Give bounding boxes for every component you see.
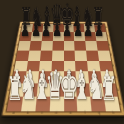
square-d5[interactable] bbox=[51, 50, 63, 60]
file-label-d: d bbox=[49, 111, 63, 115]
table-surface: abcdefgh 87654321 87654321 ♜♞♝♛♚♝♞♜♟♟♟♟♟… bbox=[0, 0, 124, 124]
square-b6[interactable] bbox=[29, 41, 41, 50]
file-labels: abcdefgh bbox=[6, 111, 121, 115]
square-d6[interactable] bbox=[52, 41, 63, 50]
piece-black-pawn-b7[interactable]: ♟ bbox=[31, 19, 41, 39]
square-g5[interactable] bbox=[86, 50, 99, 60]
square-a6[interactable] bbox=[17, 41, 30, 50]
square-e5[interactable] bbox=[63, 50, 75, 60]
file-label-f: f bbox=[77, 111, 92, 115]
square-c6[interactable] bbox=[40, 41, 52, 50]
square-e6[interactable] bbox=[63, 41, 74, 50]
square-h6[interactable] bbox=[96, 41, 109, 50]
square-h5[interactable] bbox=[97, 50, 110, 60]
piece-black-pawn-d7[interactable]: ♟ bbox=[52, 19, 62, 39]
square-b5[interactable] bbox=[27, 50, 40, 60]
file-label-b: b bbox=[20, 111, 35, 115]
square-f5[interactable] bbox=[74, 50, 86, 60]
piece-black-pawn-h7[interactable]: ♟ bbox=[94, 19, 104, 39]
file-label-g: g bbox=[91, 111, 106, 115]
file-label-h: h bbox=[106, 111, 121, 115]
piece-white-rook-h1[interactable]: ♜ bbox=[101, 73, 117, 106]
file-label-c: c bbox=[34, 111, 49, 115]
piece-black-pawn-g7[interactable]: ♟ bbox=[84, 19, 94, 39]
file-label-e: e bbox=[63, 111, 77, 115]
square-c5[interactable] bbox=[39, 50, 51, 60]
piece-black-pawn-c7[interactable]: ♟ bbox=[41, 19, 51, 39]
file-label-a: a bbox=[6, 111, 21, 115]
piece-black-pawn-e7[interactable]: ♟ bbox=[62, 19, 72, 39]
piece-black-pawn-a7[interactable]: ♟ bbox=[20, 19, 30, 39]
piece-black-pawn-f7[interactable]: ♟ bbox=[73, 19, 83, 39]
square-f6[interactable] bbox=[74, 41, 86, 50]
square-g6[interactable] bbox=[85, 41, 97, 50]
square-a5[interactable] bbox=[16, 50, 29, 60]
